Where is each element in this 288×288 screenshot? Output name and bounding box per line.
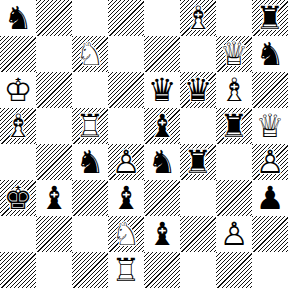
square-c7[interactable]: ♞︎♘︎	[72, 36, 108, 72]
piece-white-pawn[interactable]: ♟︎♙︎	[216, 216, 252, 252]
square-h2[interactable]	[252, 216, 288, 252]
black-knight-glyph: ♞︎	[144, 144, 180, 180]
white-queen-glyph: ♕︎	[216, 36, 252, 72]
square-e3[interactable]	[144, 180, 180, 216]
square-e5[interactable]: ♝︎♝︎	[144, 108, 180, 144]
black-pawn-glyph: ♟︎	[252, 180, 288, 216]
square-f7[interactable]	[180, 36, 216, 72]
square-b2[interactable]	[36, 216, 72, 252]
piece-white-bishop[interactable]: ♝︎♗︎	[216, 72, 252, 108]
square-b7[interactable]	[36, 36, 72, 72]
square-h7[interactable]: ♞︎♞︎	[252, 36, 288, 72]
square-f6[interactable]: ♛︎♛︎	[180, 72, 216, 108]
piece-black-queen[interactable]: ♛︎♛︎	[180, 72, 216, 108]
piece-black-knight[interactable]: ♞︎♞︎	[252, 36, 288, 72]
square-d2[interactable]: ♞︎♘︎	[108, 216, 144, 252]
square-d7[interactable]	[108, 36, 144, 72]
black-rook-glyph: ♜︎	[216, 108, 252, 144]
piece-white-bishop[interactable]: ♝︎♗︎	[0, 108, 36, 144]
chess-diagram: ♞︎♞︎♝︎♗︎♜︎♜︎♞︎♘︎♛︎♕︎♞︎♞︎♚︎♔︎♛︎♛︎♛︎♛︎♝︎♗︎…	[0, 0, 288, 288]
piece-white-rook[interactable]: ♜︎♖︎	[72, 108, 108, 144]
piece-black-bishop[interactable]: ♝︎♝︎	[144, 108, 180, 144]
white-bishop-glyph: ♗︎	[180, 0, 216, 36]
square-a1[interactable]	[0, 252, 36, 288]
square-g1[interactable]	[216, 252, 252, 288]
piece-black-knight[interactable]: ♞︎♞︎	[0, 0, 36, 36]
square-g6[interactable]: ♝︎♗︎	[216, 72, 252, 108]
black-knight-glyph: ♞︎	[72, 144, 108, 180]
square-a3[interactable]: ♚︎♚︎	[0, 180, 36, 216]
square-h8[interactable]: ♜︎♜︎	[252, 0, 288, 36]
piece-black-rook[interactable]: ♜︎♜︎	[180, 144, 216, 180]
square-e6[interactable]: ♛︎♛︎	[144, 72, 180, 108]
square-g5[interactable]: ♜︎♜︎	[216, 108, 252, 144]
black-bishop-glyph: ♝︎	[108, 180, 144, 216]
square-d1[interactable]: ♜︎♖︎	[108, 252, 144, 288]
square-c2[interactable]	[72, 216, 108, 252]
white-pawn-glyph: ♙︎	[216, 216, 252, 252]
piece-white-knight[interactable]: ♞︎♘︎	[72, 36, 108, 72]
square-a4[interactable]	[0, 144, 36, 180]
square-g8[interactable]	[216, 0, 252, 36]
square-h5[interactable]: ♛︎♕︎	[252, 108, 288, 144]
square-g4[interactable]	[216, 144, 252, 180]
white-rook-glyph: ♖︎	[72, 108, 108, 144]
square-g2[interactable]: ♟︎♙︎	[216, 216, 252, 252]
square-c1[interactable]	[72, 252, 108, 288]
black-queen-glyph: ♛︎	[180, 72, 216, 108]
square-b5[interactable]	[36, 108, 72, 144]
square-c5[interactable]: ♜︎♖︎	[72, 108, 108, 144]
square-a8[interactable]: ♞︎♞︎	[0, 0, 36, 36]
white-pawn-glyph: ♙︎	[108, 144, 144, 180]
square-b3[interactable]: ♝︎♝︎	[36, 180, 72, 216]
square-e1[interactable]	[144, 252, 180, 288]
piece-white-rook[interactable]: ♜︎♖︎	[108, 252, 144, 288]
white-bishop-glyph: ♗︎	[216, 72, 252, 108]
white-queen-glyph: ♕︎	[252, 108, 288, 144]
piece-white-pawn[interactable]: ♟︎♙︎	[108, 144, 144, 180]
square-a5[interactable]: ♝︎♗︎	[0, 108, 36, 144]
piece-black-rook[interactable]: ♜︎♜︎	[252, 0, 288, 36]
piece-black-queen[interactable]: ♛︎♛︎	[144, 72, 180, 108]
black-king-glyph: ♚︎	[0, 180, 36, 216]
square-a7[interactable]	[0, 36, 36, 72]
black-queen-glyph: ♛︎	[144, 72, 180, 108]
square-c8[interactable]	[72, 0, 108, 36]
piece-black-king[interactable]: ♚︎♚︎	[0, 180, 36, 216]
square-a6[interactable]: ♚︎♔︎	[0, 72, 36, 108]
black-bishop-glyph: ♝︎	[36, 180, 72, 216]
white-bishop-glyph: ♗︎	[0, 108, 36, 144]
square-e8[interactable]	[144, 0, 180, 36]
square-b6[interactable]	[36, 72, 72, 108]
piece-black-bishop[interactable]: ♝︎♝︎	[144, 216, 180, 252]
black-rook-glyph: ♜︎	[180, 144, 216, 180]
square-a2[interactable]	[0, 216, 36, 252]
piece-white-king[interactable]: ♚︎♔︎	[0, 72, 36, 108]
square-f5[interactable]	[180, 108, 216, 144]
square-f8[interactable]: ♝︎♗︎	[180, 0, 216, 36]
piece-white-bishop[interactable]: ♝︎♗︎	[180, 0, 216, 36]
square-d6[interactable]	[108, 72, 144, 108]
square-h3[interactable]: ♟︎♟︎	[252, 180, 288, 216]
square-c3[interactable]	[72, 180, 108, 216]
square-h6[interactable]	[252, 72, 288, 108]
piece-black-bishop[interactable]: ♝︎♝︎	[36, 180, 72, 216]
black-rook-glyph: ♜︎	[252, 0, 288, 36]
black-knight-glyph: ♞︎	[252, 36, 288, 72]
square-e4[interactable]: ♞︎♞︎	[144, 144, 180, 180]
black-knight-glyph: ♞︎	[0, 0, 36, 36]
black-bishop-glyph: ♝︎	[144, 216, 180, 252]
square-g7[interactable]: ♛︎♕︎	[216, 36, 252, 72]
piece-white-pawn[interactable]: ♟︎♙︎	[252, 144, 288, 180]
white-rook-glyph: ♖︎	[108, 252, 144, 288]
square-f4[interactable]: ♜︎♜︎	[180, 144, 216, 180]
piece-white-queen[interactable]: ♛︎♕︎	[216, 36, 252, 72]
square-e7[interactable]	[144, 36, 180, 72]
square-f1[interactable]	[180, 252, 216, 288]
chess-board: ♞︎♞︎♝︎♗︎♜︎♜︎♞︎♘︎♛︎♕︎♞︎♞︎♚︎♔︎♛︎♛︎♛︎♛︎♝︎♗︎…	[0, 0, 288, 288]
white-knight-glyph: ♘︎	[72, 36, 108, 72]
square-b1[interactable]	[36, 252, 72, 288]
piece-black-knight[interactable]: ♞︎♞︎	[144, 144, 180, 180]
square-b4[interactable]	[36, 144, 72, 180]
white-pawn-glyph: ♙︎	[252, 144, 288, 180]
piece-black-pawn[interactable]: ♟︎♟︎	[252, 180, 288, 216]
square-h1[interactable]	[252, 252, 288, 288]
square-f2[interactable]	[180, 216, 216, 252]
square-g3[interactable]	[216, 180, 252, 216]
square-b8[interactable]	[36, 0, 72, 36]
square-e2[interactable]: ♝︎♝︎	[144, 216, 180, 252]
square-h4[interactable]: ♟︎♙︎	[252, 144, 288, 180]
square-d5[interactable]	[108, 108, 144, 144]
square-d8[interactable]	[108, 0, 144, 36]
square-c6[interactable]	[72, 72, 108, 108]
piece-black-bishop[interactable]: ♝︎♝︎	[108, 180, 144, 216]
piece-white-knight[interactable]: ♞︎♘︎	[108, 216, 144, 252]
piece-white-queen[interactable]: ♛︎♕︎	[252, 108, 288, 144]
white-knight-glyph: ♘︎	[108, 216, 144, 252]
square-d3[interactable]: ♝︎♝︎	[108, 180, 144, 216]
square-d4[interactable]: ♟︎♙︎	[108, 144, 144, 180]
piece-black-knight[interactable]: ♞︎♞︎	[72, 144, 108, 180]
black-bishop-glyph: ♝︎	[144, 108, 180, 144]
square-c4[interactable]: ♞︎♞︎	[72, 144, 108, 180]
square-f3[interactable]	[180, 180, 216, 216]
white-king-glyph: ♔︎	[0, 72, 36, 108]
piece-black-rook[interactable]: ♜︎♜︎	[216, 108, 252, 144]
